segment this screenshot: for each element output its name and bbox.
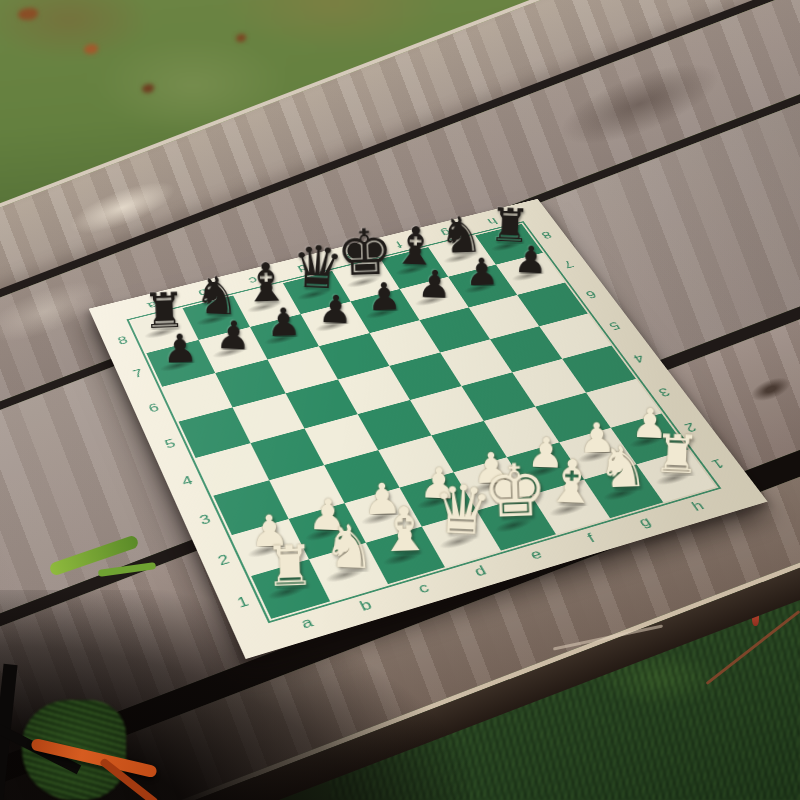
photo-canvas: abcdefgh abcdefgh 87654321 87654321 ♜♞♝♛… (0, 0, 800, 800)
piece-glyph: ♜ (251, 538, 328, 596)
white-rook-a1[interactable]: ♜ (249, 481, 328, 590)
